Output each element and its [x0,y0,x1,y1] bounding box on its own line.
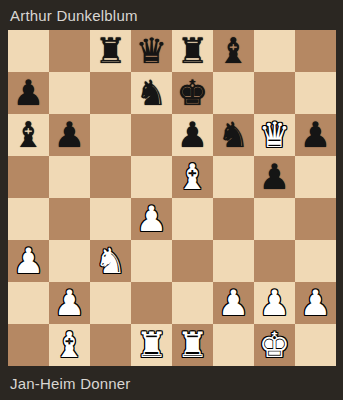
square-e5[interactable]: ♝ [172,156,213,198]
white-pawn[interactable]: ♟ [13,240,44,282]
black-pawn[interactable]: ♟ [259,156,290,198]
square-h4[interactable] [295,198,336,240]
white-bishop[interactable]: ♝ [177,156,208,198]
square-a5[interactable] [8,156,49,198]
white-queen[interactable]: ♛ [259,114,290,156]
square-f5[interactable] [213,156,254,198]
square-d4[interactable]: ♟ [131,198,172,240]
square-c1[interactable] [90,324,131,366]
black-pawn[interactable]: ♟ [54,114,85,156]
square-e7[interactable]: ♚ [172,72,213,114]
black-bishop[interactable]: ♝ [13,114,44,156]
white-bishop[interactable]: ♝ [54,324,85,366]
square-c6[interactable] [90,114,131,156]
square-f3[interactable] [213,240,254,282]
square-d7[interactable]: ♞ [131,72,172,114]
square-h5[interactable] [295,156,336,198]
square-b6[interactable]: ♟ [49,114,90,156]
square-h2[interactable]: ♟ [295,282,336,324]
square-c7[interactable] [90,72,131,114]
black-knight[interactable]: ♞ [218,114,249,156]
player-bar-top: Arthur Dunkelblum [0,0,343,30]
player-bar-bottom: Jan-Heim Donner [0,366,343,400]
square-e4[interactable] [172,198,213,240]
square-c2[interactable] [90,282,131,324]
square-c3[interactable]: ♞ [90,240,131,282]
black-queen[interactable]: ♛ [136,30,167,72]
square-c5[interactable] [90,156,131,198]
square-h8[interactable] [295,30,336,72]
square-d6[interactable] [131,114,172,156]
chess-diagram: Arthur Dunkelblum ♜♛♜♝♟♞♚♝♟♟♞♛♟♝♟♟♟♞♟♟♟♟… [0,0,343,400]
square-h6[interactable]: ♟ [295,114,336,156]
square-b1[interactable]: ♝ [49,324,90,366]
square-b8[interactable] [49,30,90,72]
square-a8[interactable] [8,30,49,72]
white-pawn[interactable]: ♟ [300,282,331,324]
square-a4[interactable] [8,198,49,240]
square-f2[interactable]: ♟ [213,282,254,324]
square-b7[interactable] [49,72,90,114]
white-king[interactable]: ♚ [259,324,290,366]
square-d8[interactable]: ♛ [131,30,172,72]
square-b5[interactable] [49,156,90,198]
square-h7[interactable] [295,72,336,114]
square-g6[interactable]: ♛ [254,114,295,156]
square-e8[interactable]: ♜ [172,30,213,72]
black-rook[interactable]: ♜ [177,30,208,72]
black-knight[interactable]: ♞ [136,72,167,114]
square-b4[interactable] [49,198,90,240]
white-pawn[interactable]: ♟ [218,282,249,324]
square-e6[interactable]: ♟ [172,114,213,156]
white-rook[interactable]: ♜ [177,324,208,366]
square-f8[interactable]: ♝ [213,30,254,72]
square-g2[interactable]: ♟ [254,282,295,324]
chess-board: ♜♛♜♝♟♞♚♝♟♟♞♛♟♝♟♟♟♞♟♟♟♟♝♜♜♚ [8,30,336,366]
square-e1[interactable]: ♜ [172,324,213,366]
white-rook[interactable]: ♜ [136,324,167,366]
square-f4[interactable] [213,198,254,240]
black-king[interactable]: ♚ [177,72,208,114]
square-g1[interactable]: ♚ [254,324,295,366]
square-c8[interactable]: ♜ [90,30,131,72]
square-e2[interactable] [172,282,213,324]
square-c4[interactable] [90,198,131,240]
square-g5[interactable]: ♟ [254,156,295,198]
square-h1[interactable] [295,324,336,366]
square-g7[interactable] [254,72,295,114]
square-b2[interactable]: ♟ [49,282,90,324]
square-a6[interactable]: ♝ [8,114,49,156]
black-rook[interactable]: ♜ [95,30,126,72]
white-knight[interactable]: ♞ [95,240,126,282]
square-f6[interactable]: ♞ [213,114,254,156]
square-a2[interactable] [8,282,49,324]
square-d2[interactable] [131,282,172,324]
square-f7[interactable] [213,72,254,114]
white-pawn[interactable]: ♟ [259,282,290,324]
square-h3[interactable] [295,240,336,282]
square-a3[interactable]: ♟ [8,240,49,282]
square-a1[interactable] [8,324,49,366]
player-top-name: Arthur Dunkelblum [10,7,138,24]
square-f1[interactable] [213,324,254,366]
black-pawn[interactable]: ♟ [13,72,44,114]
square-d5[interactable] [131,156,172,198]
square-a7[interactable]: ♟ [8,72,49,114]
square-d3[interactable] [131,240,172,282]
square-g4[interactable] [254,198,295,240]
player-bottom-name: Jan-Heim Donner [10,375,131,392]
white-pawn[interactable]: ♟ [136,198,167,240]
square-d1[interactable]: ♜ [131,324,172,366]
square-e3[interactable] [172,240,213,282]
black-pawn[interactable]: ♟ [300,114,331,156]
white-pawn[interactable]: ♟ [54,282,85,324]
square-g3[interactable] [254,240,295,282]
square-b3[interactable] [49,240,90,282]
square-g8[interactable] [254,30,295,72]
black-pawn[interactable]: ♟ [177,114,208,156]
black-bishop[interactable]: ♝ [218,30,249,72]
